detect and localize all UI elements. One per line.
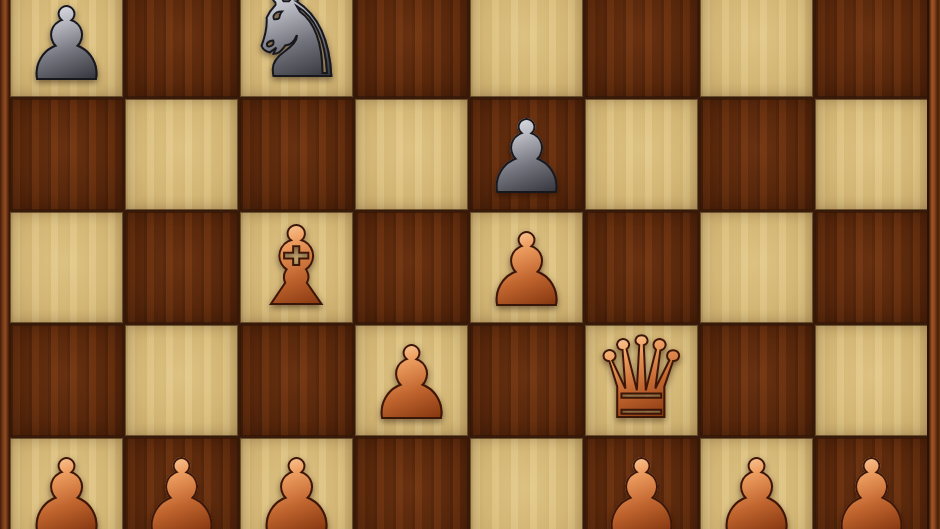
square-d4[interactable] bbox=[355, 212, 468, 323]
black-pawn[interactable]: ♟ bbox=[22, 0, 112, 97]
square-h2[interactable]: ♟ bbox=[815, 438, 928, 529]
square-c5[interactable] bbox=[240, 99, 353, 210]
white-bishop[interactable]: ♝ bbox=[248, 213, 345, 323]
black-knight[interactable]: ♞ bbox=[242, 0, 351, 97]
chess-app-screen: ♟♞♟♝♟♟♛♟♟♟♟♟♟ bbox=[0, 0, 940, 529]
white-pawn[interactable]: ♟ bbox=[827, 447, 917, 529]
square-h5[interactable] bbox=[815, 99, 928, 210]
square-h3[interactable] bbox=[815, 325, 928, 436]
square-e2[interactable] bbox=[470, 438, 583, 529]
square-h6[interactable] bbox=[815, 0, 928, 97]
square-f3[interactable]: ♛ bbox=[585, 325, 698, 436]
square-b3[interactable] bbox=[125, 325, 238, 436]
square-f2[interactable]: ♟ bbox=[585, 438, 698, 529]
square-c2[interactable]: ♟ bbox=[240, 438, 353, 529]
square-d5[interactable] bbox=[355, 99, 468, 210]
white-pawn[interactable]: ♟ bbox=[22, 447, 112, 529]
square-d3[interactable]: ♟ bbox=[355, 325, 468, 436]
square-e3[interactable] bbox=[470, 325, 583, 436]
board-frame-left bbox=[0, 0, 10, 529]
square-f5[interactable] bbox=[585, 99, 698, 210]
square-h4[interactable] bbox=[815, 212, 928, 323]
white-queen[interactable]: ♛ bbox=[591, 322, 691, 436]
square-f4[interactable] bbox=[585, 212, 698, 323]
white-pawn[interactable]: ♟ bbox=[482, 221, 572, 323]
square-a4[interactable] bbox=[10, 212, 123, 323]
square-e4[interactable]: ♟ bbox=[470, 212, 583, 323]
square-a3[interactable] bbox=[10, 325, 123, 436]
square-a6[interactable]: ♟ bbox=[10, 0, 123, 97]
square-b6[interactable] bbox=[125, 0, 238, 97]
square-c6[interactable]: ♞ bbox=[240, 0, 353, 97]
square-f6[interactable] bbox=[585, 0, 698, 97]
square-a2[interactable]: ♟ bbox=[10, 438, 123, 529]
board-frame-right bbox=[927, 0, 940, 529]
square-g4[interactable] bbox=[700, 212, 813, 323]
square-g6[interactable] bbox=[700, 0, 813, 97]
square-d6[interactable] bbox=[355, 0, 468, 97]
square-b4[interactable] bbox=[125, 212, 238, 323]
square-c3[interactable] bbox=[240, 325, 353, 436]
square-e6[interactable] bbox=[470, 0, 583, 97]
square-g5[interactable] bbox=[700, 99, 813, 210]
square-g2[interactable]: ♟ bbox=[700, 438, 813, 529]
square-b5[interactable] bbox=[125, 99, 238, 210]
chess-board: ♟♞♟♝♟♟♛♟♟♟♟♟♟ bbox=[10, 0, 928, 529]
square-b2[interactable]: ♟ bbox=[125, 438, 238, 529]
square-d2[interactable] bbox=[355, 438, 468, 529]
white-pawn[interactable]: ♟ bbox=[252, 447, 342, 529]
white-pawn[interactable]: ♟ bbox=[137, 447, 227, 529]
square-g3[interactable] bbox=[700, 325, 813, 436]
square-e5[interactable]: ♟ bbox=[470, 99, 583, 210]
white-pawn[interactable]: ♟ bbox=[597, 447, 687, 529]
square-a5[interactable] bbox=[10, 99, 123, 210]
black-pawn[interactable]: ♟ bbox=[482, 108, 572, 210]
white-pawn[interactable]: ♟ bbox=[712, 447, 802, 529]
square-c4[interactable]: ♝ bbox=[240, 212, 353, 323]
white-pawn[interactable]: ♟ bbox=[367, 334, 457, 436]
